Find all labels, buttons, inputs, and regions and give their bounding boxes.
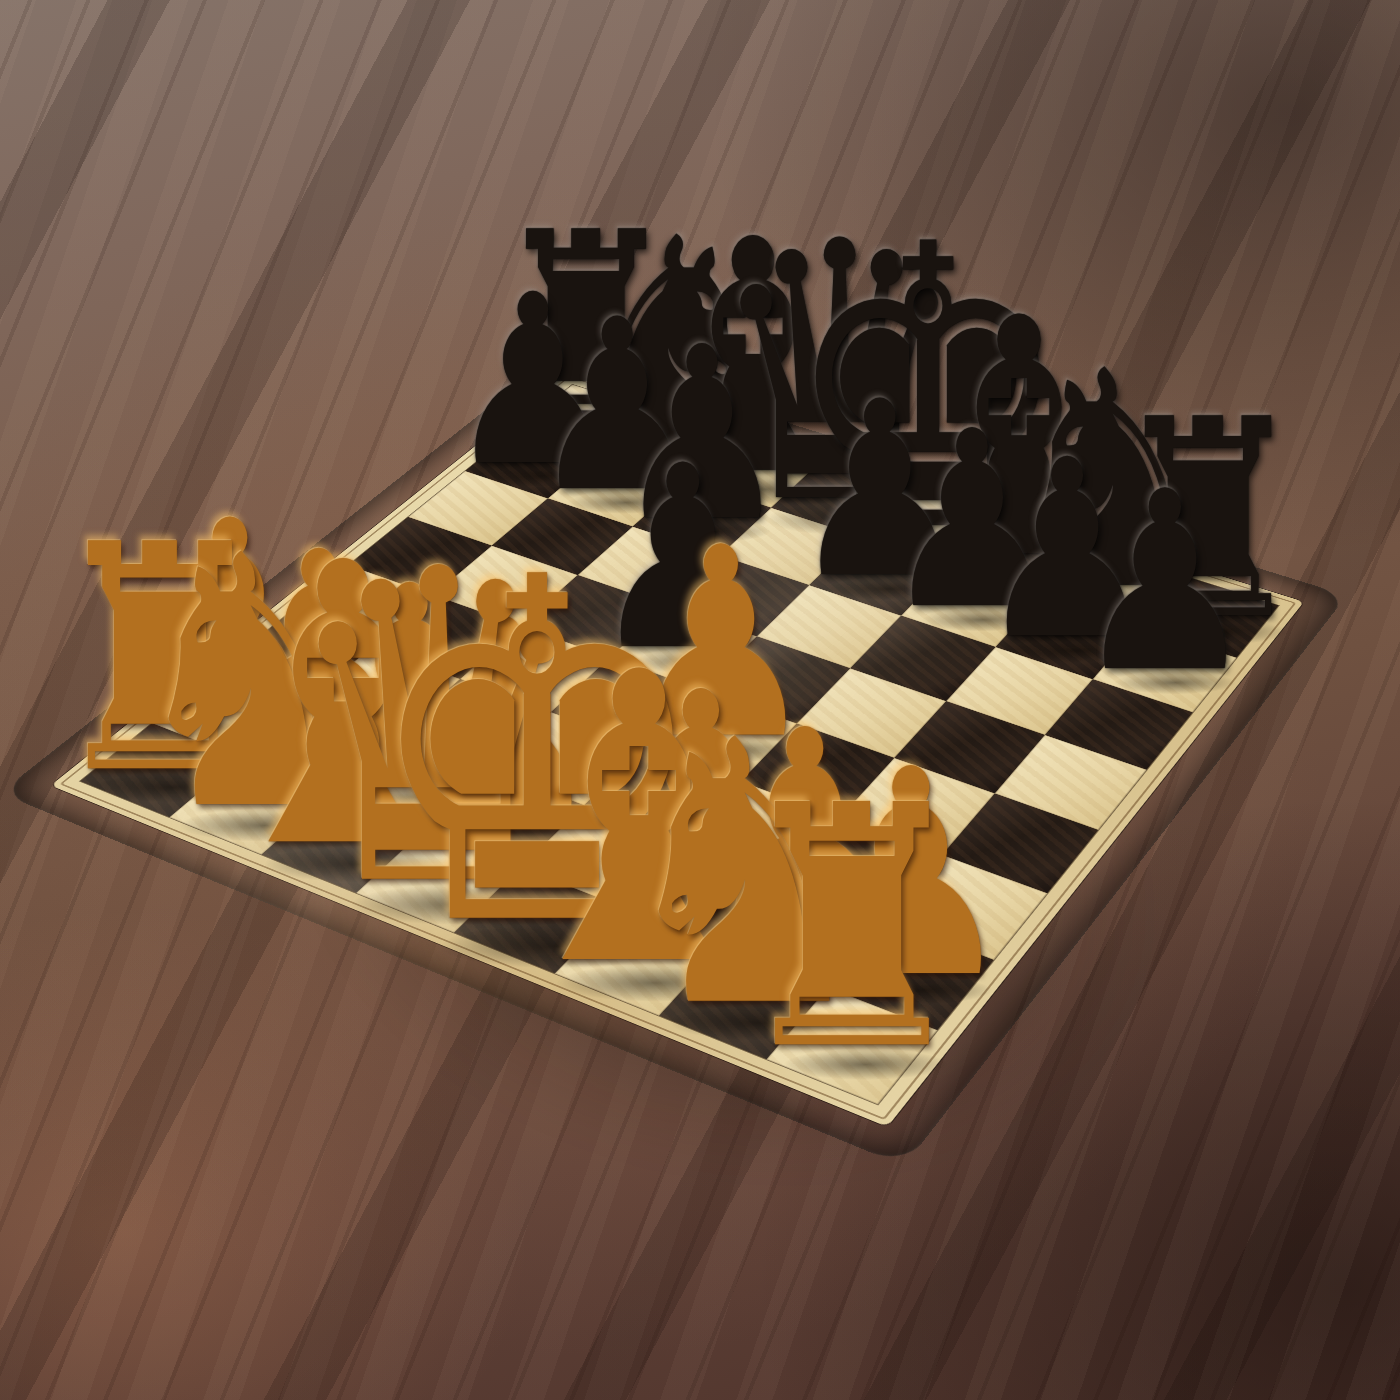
photo-scene: ♜♞♝♛♚♝♞♜♟♟♟♟♟♟♟♟♟♟♟♟♟♟♟♟♜♞♝♛♚♝♞♜ [0,0,1400,1400]
